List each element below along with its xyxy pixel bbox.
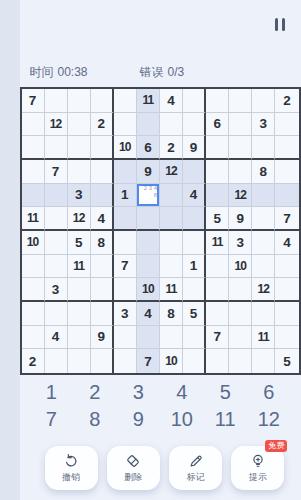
erase-label: 删除 <box>124 471 142 484</box>
cell-r9c10[interactable] <box>229 278 252 302</box>
hint-label: 提示 <box>249 471 267 484</box>
cell-r7c1[interactable]: 10 <box>22 231 45 255</box>
eraser-icon <box>124 452 142 470</box>
cell-r3c5[interactable]: 10 <box>114 136 137 160</box>
cell-r4c7[interactable]: 12 <box>160 160 183 184</box>
cell-r8c12[interactable] <box>275 255 298 279</box>
cell-r7c5[interactable] <box>114 231 137 255</box>
cell-r5c3[interactable]: 3 <box>68 184 91 208</box>
cell-r10c3[interactable] <box>68 302 91 326</box>
cell-r7c4[interactable]: 8 <box>91 231 114 255</box>
sudoku-app: 时间00:38 错误0/3 71142122631062979128312348… <box>20 0 301 500</box>
cell-r10c10[interactable] <box>229 302 252 326</box>
cell-r11c12[interactable] <box>275 326 298 350</box>
numpad-1[interactable]: 1 <box>30 379 74 406</box>
cell-r12c1[interactable]: 2 <box>22 349 45 373</box>
cell-r4c1[interactable] <box>22 160 45 184</box>
numpad-6[interactable]: 6 <box>247 379 291 406</box>
cell-r2c2[interactable]: 12 <box>45 113 68 137</box>
cell-r1c9[interactable] <box>206 89 229 113</box>
cell-r10c11[interactable] <box>252 302 275 326</box>
cell-r6c9[interactable]: 5 <box>206 207 229 231</box>
erase-button[interactable]: 删除 <box>107 446 160 490</box>
cell-r6c11[interactable] <box>252 207 275 231</box>
numpad-8[interactable]: 8 <box>73 406 117 433</box>
cell-r10c4[interactable] <box>91 302 114 326</box>
numpad-3[interactable]: 3 <box>117 379 161 406</box>
cell-r7c6[interactable] <box>137 231 160 255</box>
cell-r4c12[interactable] <box>275 160 298 184</box>
cell-r4c4[interactable] <box>91 160 114 184</box>
cell-r8c4[interactable] <box>91 255 114 279</box>
numpad-12[interactable]: 12 <box>247 406 291 433</box>
cell-r6c4[interactable]: 4 <box>91 207 114 231</box>
cell-r4c8[interactable] <box>183 160 206 184</box>
cell-r10c12[interactable] <box>275 302 298 326</box>
cell-r7c11[interactable] <box>252 231 275 255</box>
cell-r8c8[interactable]: 1 <box>183 255 206 279</box>
cell-r5c7[interactable] <box>160 184 183 208</box>
undo-label: 撤销 <box>62 471 80 484</box>
numpad-10[interactable]: 10 <box>160 406 204 433</box>
cell-r3c8[interactable]: 9 <box>183 136 206 160</box>
pencil-icon <box>187 452 205 470</box>
cell-r11c7[interactable] <box>160 326 183 350</box>
cell-r7c7[interactable] <box>160 231 183 255</box>
cell-r8c11[interactable] <box>252 255 275 279</box>
cell-r9c2[interactable]: 3 <box>45 278 68 302</box>
cell-r9c5[interactable] <box>114 278 137 302</box>
cell-r4c5[interactable] <box>114 160 137 184</box>
cell-r7c3[interactable]: 5 <box>68 231 91 255</box>
cell-r9c4[interactable] <box>91 278 114 302</box>
notes-button[interactable]: 标记 <box>169 446 222 490</box>
cell-r5c2[interactable] <box>45 184 68 208</box>
cell-r11c8[interactable] <box>183 326 206 350</box>
mistakes-counter: 错误0/3 <box>140 64 185 81</box>
cell-r6c3[interactable]: 12 <box>68 207 91 231</box>
cell-r1c6[interactable]: 11 <box>137 89 160 113</box>
cell-r1c3[interactable] <box>68 89 91 113</box>
cell-r1c2[interactable] <box>45 89 68 113</box>
cell-r8c1[interactable] <box>22 255 45 279</box>
cell-r10c1[interactable] <box>22 302 45 326</box>
cell-r9c9[interactable] <box>206 278 229 302</box>
cell-r8c10[interactable]: 10 <box>229 255 252 279</box>
numpad-5[interactable]: 5 <box>204 379 248 406</box>
cell-r6c2[interactable] <box>45 207 68 231</box>
cell-r4c10[interactable] <box>229 160 252 184</box>
cell-r8c2[interactable] <box>45 255 68 279</box>
cell-r2c10[interactable] <box>229 113 252 137</box>
cell-r5c1[interactable] <box>22 184 45 208</box>
cell-r1c12[interactable]: 2 <box>275 89 298 113</box>
number-pad: 1 2 3 4 5 6 7 8 9 10 11 12 <box>20 379 301 433</box>
cell-r2c1[interactable] <box>22 113 45 137</box>
cell-r12c12[interactable]: 5 <box>275 349 298 373</box>
cell-r2c9[interactable]: 6 <box>206 113 229 137</box>
notes-label: 标记 <box>187 471 205 484</box>
cell-r5c12[interactable] <box>275 184 298 208</box>
numpad-9[interactable]: 9 <box>117 406 161 433</box>
cell-r2c11[interactable]: 3 <box>252 113 275 137</box>
cell-r9c6[interactable]: 10 <box>137 278 160 302</box>
cell-r11c6[interactable] <box>137 326 160 350</box>
timer-value: 00:38 <box>58 65 88 79</box>
bulb-icon <box>249 452 267 470</box>
cell-r1c1[interactable]: 7 <box>22 89 45 113</box>
cell-r11c11[interactable]: 11 <box>252 326 275 350</box>
cell-r11c4[interactable]: 9 <box>91 326 114 350</box>
cell-r9c7[interactable]: 11 <box>160 278 183 302</box>
cell-r6c10[interactable]: 9 <box>229 207 252 231</box>
cell-r2c8[interactable] <box>183 113 206 137</box>
cell-r12c11[interactable] <box>252 349 275 373</box>
cell-r2c4[interactable]: 2 <box>91 113 114 137</box>
cell-r7c9[interactable]: 11 <box>206 231 229 255</box>
cell-r3c11[interactable] <box>252 136 275 160</box>
cell-r8c9[interactable] <box>206 255 229 279</box>
numpad-2[interactable]: 2 <box>73 379 117 406</box>
cell-r10c6[interactable]: 4 <box>137 302 160 326</box>
cell-r2c12[interactable] <box>275 113 298 137</box>
cell-r10c2[interactable] <box>45 302 68 326</box>
cell-r12c5[interactable] <box>114 349 137 373</box>
cell-r1c5[interactable] <box>114 89 137 113</box>
timer-label: 时间 <box>30 65 54 79</box>
cell-r12c9[interactable] <box>206 349 229 373</box>
cell-r11c3[interactable] <box>68 326 91 350</box>
cell-r4c2[interactable]: 7 <box>45 160 68 184</box>
cell-r11c10[interactable] <box>229 326 252 350</box>
cell-r5c6[interactable]: 2348 <box>137 184 160 208</box>
cell-r2c3[interactable] <box>68 113 91 137</box>
cell-r7c2[interactable] <box>45 231 68 255</box>
mistakes-value: 0/3 <box>168 65 185 79</box>
cell-r7c8[interactable] <box>183 231 206 255</box>
cell-r12c7[interactable]: 10 <box>160 349 183 373</box>
undo-icon <box>62 452 80 470</box>
cell-r5c11[interactable] <box>252 184 275 208</box>
cell-r4c6[interactable]: 9 <box>137 160 160 184</box>
cell-r1c11[interactable] <box>252 89 275 113</box>
cell-r3c10[interactable] <box>229 136 252 160</box>
cell-r8c5[interactable]: 7 <box>114 255 137 279</box>
cell-r7c10[interactable]: 3 <box>229 231 252 255</box>
cell-r3c2[interactable] <box>45 136 68 160</box>
cell-r10c9[interactable] <box>206 302 229 326</box>
cell-r10c8[interactable]: 5 <box>183 302 206 326</box>
cell-r12c3[interactable] <box>68 349 91 373</box>
cell-r1c8[interactable] <box>183 89 206 113</box>
cell-r5c5[interactable]: 1 <box>114 184 137 208</box>
cell-r4c9[interactable] <box>206 160 229 184</box>
cell-r5c10[interactable]: 12 <box>229 184 252 208</box>
pencil-notes: 2348 <box>138 185 158 206</box>
cell-r9c8[interactable] <box>183 278 206 302</box>
cell-r1c4[interactable] <box>91 89 114 113</box>
cell-r6c1[interactable]: 11 <box>22 207 45 231</box>
status-bar: 时间00:38 错误0/3 <box>20 64 301 80</box>
timer: 时间00:38 <box>30 64 88 81</box>
cell-r12c4[interactable] <box>91 349 114 373</box>
cell-r9c11[interactable]: 12 <box>252 278 275 302</box>
cell-r3c1[interactable] <box>22 136 45 160</box>
numpad-11[interactable]: 11 <box>204 406 248 433</box>
cell-r8c3[interactable]: 11 <box>68 255 91 279</box>
cell-r6c6[interactable] <box>137 207 160 231</box>
cell-r3c9[interactable] <box>206 136 229 160</box>
cell-r6c12[interactable]: 7 <box>275 207 298 231</box>
cell-r8c6[interactable] <box>137 255 160 279</box>
cell-r11c5[interactable] <box>114 326 137 350</box>
cell-r9c1[interactable] <box>22 278 45 302</box>
cell-r3c4[interactable] <box>91 136 114 160</box>
cell-r1c10[interactable] <box>229 89 252 113</box>
hint-button[interactable]: 免费 提示 <box>231 446 284 490</box>
cell-r3c3[interactable] <box>68 136 91 160</box>
cell-r12c10[interactable] <box>229 349 252 373</box>
cell-r11c9[interactable]: 7 <box>206 326 229 350</box>
cell-r12c8[interactable] <box>183 349 206 373</box>
cell-r10c7[interactable]: 8 <box>160 302 183 326</box>
free-badge: 免费 <box>265 440 287 452</box>
cell-r5c4[interactable] <box>91 184 114 208</box>
cell-r12c2[interactable] <box>45 349 68 373</box>
cell-r9c12[interactable] <box>275 278 298 302</box>
pause-icon[interactable] <box>272 18 288 32</box>
cell-r6c5[interactable] <box>114 207 137 231</box>
cell-r3c6[interactable]: 6 <box>137 136 160 160</box>
cell-r3c12[interactable] <box>275 136 298 160</box>
cell-r5c8[interactable]: 4 <box>183 184 206 208</box>
cell-r1c7[interactable]: 4 <box>160 89 183 113</box>
numpad-7[interactable]: 7 <box>30 406 74 433</box>
cell-r5c9[interactable] <box>206 184 229 208</box>
cell-r6c7[interactable] <box>160 207 183 231</box>
toolbar: 撤销 删除 标记 免费 <box>20 446 301 490</box>
cell-r2c7[interactable] <box>160 113 183 137</box>
undo-button[interactable]: 撤销 <box>45 446 98 490</box>
cell-r2c5[interactable] <box>114 113 137 137</box>
numpad-4[interactable]: 4 <box>160 379 204 406</box>
cell-r12c6[interactable]: 7 <box>137 349 160 373</box>
cell-r7c12[interactable]: 4 <box>275 231 298 255</box>
cell-r10c5[interactable]: 3 <box>114 302 137 326</box>
cell-r3c7[interactable]: 2 <box>160 136 183 160</box>
cell-r11c2[interactable]: 4 <box>45 326 68 350</box>
cell-r4c3[interactable] <box>68 160 91 184</box>
cell-r11c1[interactable] <box>22 326 45 350</box>
cell-r2c6[interactable] <box>137 113 160 137</box>
sudoku-board: 7114212263106297912831234841211124597105… <box>20 87 301 375</box>
cell-r8c7[interactable] <box>160 255 183 279</box>
mistakes-label: 错误 <box>140 65 164 79</box>
cell-r4c11[interactable]: 8 <box>252 160 275 184</box>
cell-r6c8[interactable] <box>183 207 206 231</box>
cell-r9c3[interactable] <box>68 278 91 302</box>
